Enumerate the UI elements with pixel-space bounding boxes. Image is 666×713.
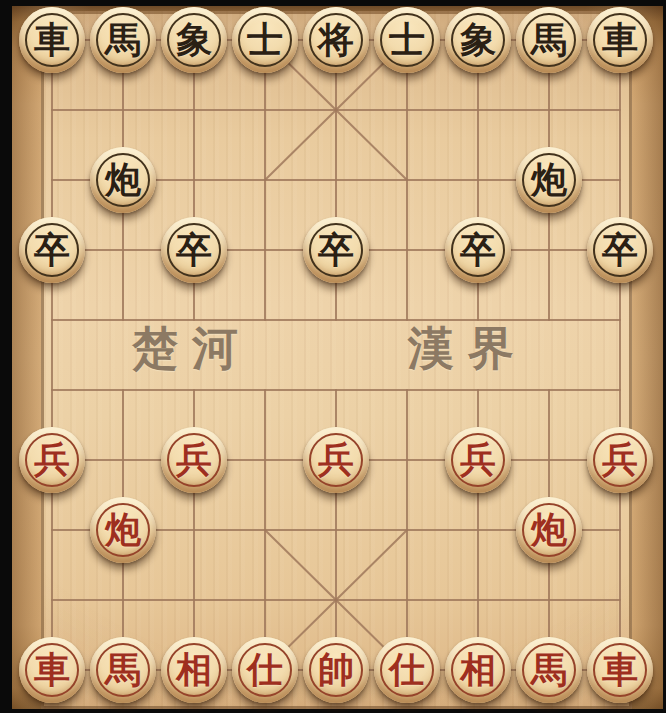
piece-black-horse[interactable]: 馬 (516, 7, 582, 73)
piece-ring: 兵 (25, 433, 79, 487)
piece-ring: 帥 (309, 643, 363, 697)
piece-glyph: 兵 (34, 441, 70, 477)
piece-glyph: 車 (34, 21, 70, 57)
piece-red-soldier[interactable]: 兵 (19, 427, 85, 493)
piece-glyph: 卒 (34, 231, 70, 267)
piece-ring: 仕 (238, 643, 292, 697)
piece-glyph: 帥 (318, 651, 354, 687)
piece-glyph: 馬 (531, 651, 567, 687)
piece-glyph: 車 (602, 21, 638, 57)
piece-ring: 車 (593, 643, 647, 697)
piece-ring: 炮 (96, 153, 150, 207)
piece-glyph: 馬 (105, 21, 141, 57)
piece-glyph: 兵 (602, 441, 638, 477)
piece-black-soldier[interactable]: 卒 (587, 217, 653, 283)
piece-red-general[interactable]: 帥 (303, 637, 369, 703)
piece-black-cannon[interactable]: 炮 (516, 147, 582, 213)
piece-red-cannon[interactable]: 炮 (90, 497, 156, 563)
piece-glyph: 将 (318, 21, 354, 57)
piece-black-advisor[interactable]: 士 (232, 7, 298, 73)
piece-red-soldier[interactable]: 兵 (303, 427, 369, 493)
piece-glyph: 炮 (105, 511, 141, 547)
piece-black-soldier[interactable]: 卒 (445, 217, 511, 283)
piece-ring: 炮 (96, 503, 150, 557)
piece-red-cannon[interactable]: 炮 (516, 497, 582, 563)
piece-ring: 兵 (167, 433, 221, 487)
piece-black-cannon[interactable]: 炮 (90, 147, 156, 213)
piece-red-elephant[interactable]: 相 (445, 637, 511, 703)
piece-black-chariot[interactable]: 車 (587, 7, 653, 73)
board-surface[interactable] (41, 11, 632, 709)
piece-ring: 卒 (451, 223, 505, 277)
piece-ring: 兵 (309, 433, 363, 487)
piece-glyph: 卒 (602, 231, 638, 267)
piece-red-chariot[interactable]: 車 (19, 637, 85, 703)
piece-glyph: 士 (247, 21, 283, 57)
piece-glyph: 卒 (176, 231, 212, 267)
piece-ring: 卒 (167, 223, 221, 277)
piece-black-elephant[interactable]: 象 (161, 7, 227, 73)
piece-ring: 車 (593, 13, 647, 67)
piece-black-soldier[interactable]: 卒 (303, 217, 369, 283)
piece-black-advisor[interactable]: 士 (374, 7, 440, 73)
piece-glyph: 兵 (318, 441, 354, 477)
piece-black-soldier[interactable]: 卒 (19, 217, 85, 283)
piece-red-chariot[interactable]: 車 (587, 637, 653, 703)
piece-red-soldier[interactable]: 兵 (587, 427, 653, 493)
piece-black-horse[interactable]: 馬 (90, 7, 156, 73)
piece-glyph: 象 (460, 21, 496, 57)
piece-red-horse[interactable]: 馬 (516, 637, 582, 703)
piece-ring: 炮 (522, 503, 576, 557)
piece-ring: 象 (451, 13, 505, 67)
piece-red-horse[interactable]: 馬 (90, 637, 156, 703)
piece-ring: 馬 (96, 643, 150, 697)
xiangqi-app-screen: 楚河 漢界 車馬象士将士象馬車炮炮卒卒卒卒卒兵兵兵兵兵炮炮車馬相仕帥仕相馬車 (0, 0, 666, 713)
piece-black-general[interactable]: 将 (303, 7, 369, 73)
piece-ring: 兵 (593, 433, 647, 487)
piece-glyph: 炮 (105, 161, 141, 197)
piece-black-elephant[interactable]: 象 (445, 7, 511, 73)
piece-red-advisor[interactable]: 仕 (374, 637, 440, 703)
piece-red-advisor[interactable]: 仕 (232, 637, 298, 703)
piece-ring: 将 (309, 13, 363, 67)
piece-ring: 車 (25, 13, 79, 67)
piece-glyph: 卒 (460, 231, 496, 267)
piece-red-soldier[interactable]: 兵 (161, 427, 227, 493)
piece-glyph: 車 (602, 651, 638, 687)
piece-red-elephant[interactable]: 相 (161, 637, 227, 703)
piece-glyph: 象 (176, 21, 212, 57)
piece-black-soldier[interactable]: 卒 (161, 217, 227, 283)
piece-ring: 仕 (380, 643, 434, 697)
piece-glyph: 炮 (531, 161, 567, 197)
piece-ring: 兵 (451, 433, 505, 487)
piece-glyph: 馬 (531, 21, 567, 57)
piece-glyph: 相 (460, 651, 496, 687)
piece-ring: 士 (380, 13, 434, 67)
piece-ring: 馬 (96, 13, 150, 67)
piece-ring: 相 (451, 643, 505, 697)
piece-glyph: 士 (389, 21, 425, 57)
piece-ring: 相 (167, 643, 221, 697)
piece-glyph: 兵 (460, 441, 496, 477)
piece-glyph: 馬 (105, 651, 141, 687)
piece-ring: 炮 (522, 153, 576, 207)
piece-red-soldier[interactable]: 兵 (445, 427, 511, 493)
piece-ring: 卒 (593, 223, 647, 277)
river-label-han-jie: 漢界 (408, 324, 528, 372)
piece-glyph: 兵 (176, 441, 212, 477)
piece-ring: 卒 (25, 223, 79, 277)
piece-black-chariot[interactable]: 車 (19, 7, 85, 73)
piece-ring: 象 (167, 13, 221, 67)
piece-glyph: 車 (34, 651, 70, 687)
piece-ring: 馬 (522, 13, 576, 67)
piece-glyph: 仕 (389, 651, 425, 687)
piece-ring: 卒 (309, 223, 363, 277)
piece-glyph: 卒 (318, 231, 354, 267)
piece-ring: 馬 (522, 643, 576, 697)
piece-ring: 士 (238, 13, 292, 67)
piece-ring: 車 (25, 643, 79, 697)
river-label-chu-he: 楚河 (132, 324, 252, 372)
piece-glyph: 仕 (247, 651, 283, 687)
piece-glyph: 相 (176, 651, 212, 687)
piece-glyph: 炮 (531, 511, 567, 547)
